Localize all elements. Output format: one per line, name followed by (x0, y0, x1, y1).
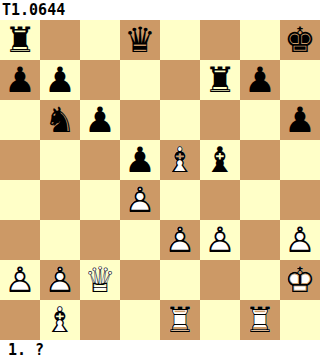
chess-board: ♜♛♚♟♟♜♟♞♟♟♟♝♗♝♟♙♟♙♟♙♟♙♟♙♟♙♛♕♚♔♝♗♜♖♜♖ (0, 20, 320, 340)
black-pawn: ♟ (240, 60, 280, 100)
square-e3[interactable]: ♟♙ (160, 220, 200, 260)
square-g7[interactable]: ♟ (240, 60, 280, 100)
black-king: ♚ (280, 20, 320, 60)
square-f4[interactable] (200, 180, 240, 220)
square-c1[interactable] (80, 300, 120, 340)
square-d8[interactable]: ♛ (120, 20, 160, 60)
square-d6[interactable] (120, 100, 160, 140)
square-a6[interactable] (0, 100, 40, 140)
black-knight: ♞ (40, 100, 80, 140)
black-pawn: ♟ (40, 60, 80, 100)
square-c8[interactable] (80, 20, 120, 60)
square-e8[interactable] (160, 20, 200, 60)
square-g2[interactable] (240, 260, 280, 300)
square-d7[interactable] (120, 60, 160, 100)
square-a8[interactable]: ♜ (0, 20, 40, 60)
white-pawn: ♟♙ (0, 260, 40, 300)
square-f3[interactable]: ♟♙ (200, 220, 240, 260)
black-queen: ♛ (120, 20, 160, 60)
square-c7[interactable] (80, 60, 120, 100)
square-a4[interactable] (0, 180, 40, 220)
square-e7[interactable] (160, 60, 200, 100)
white-bishop: ♝♗ (160, 140, 200, 180)
square-c3[interactable] (80, 220, 120, 260)
square-g5[interactable] (240, 140, 280, 180)
black-rook: ♜ (200, 60, 240, 100)
move-prompt: 1. ? (0, 340, 320, 360)
square-e4[interactable] (160, 180, 200, 220)
square-g6[interactable] (240, 100, 280, 140)
square-d1[interactable] (120, 300, 160, 340)
white-pawn: ♟♙ (160, 220, 200, 260)
square-b1[interactable]: ♝♗ (40, 300, 80, 340)
square-f1[interactable] (200, 300, 240, 340)
square-b3[interactable] (40, 220, 80, 260)
square-h4[interactable] (280, 180, 320, 220)
square-g1[interactable]: ♜♖ (240, 300, 280, 340)
square-f5[interactable]: ♝ (200, 140, 240, 180)
black-pawn: ♟ (80, 100, 120, 140)
square-d2[interactable] (120, 260, 160, 300)
white-pawn: ♟♙ (280, 220, 320, 260)
square-e1[interactable]: ♜♖ (160, 300, 200, 340)
square-b4[interactable] (40, 180, 80, 220)
square-h1[interactable] (280, 300, 320, 340)
black-rook: ♜ (0, 20, 40, 60)
black-pawn: ♟ (120, 140, 160, 180)
square-b7[interactable]: ♟ (40, 60, 80, 100)
square-d5[interactable]: ♟ (120, 140, 160, 180)
puzzle-id: T1.0644 (0, 0, 320, 20)
square-h7[interactable] (280, 60, 320, 100)
square-b2[interactable]: ♟♙ (40, 260, 80, 300)
square-c2[interactable]: ♛♕ (80, 260, 120, 300)
white-king: ♚♔ (280, 260, 320, 300)
square-a5[interactable] (0, 140, 40, 180)
square-h6[interactable]: ♟ (280, 100, 320, 140)
square-a1[interactable] (0, 300, 40, 340)
square-b8[interactable] (40, 20, 80, 60)
square-f8[interactable] (200, 20, 240, 60)
square-d3[interactable] (120, 220, 160, 260)
white-rook: ♜♖ (160, 300, 200, 340)
black-pawn: ♟ (280, 100, 320, 140)
square-e2[interactable] (160, 260, 200, 300)
black-pawn: ♟ (0, 60, 40, 100)
square-a3[interactable] (0, 220, 40, 260)
square-g8[interactable] (240, 20, 280, 60)
white-bishop: ♝♗ (40, 300, 80, 340)
square-e5[interactable]: ♝♗ (160, 140, 200, 180)
white-queen: ♛♕ (80, 260, 120, 300)
square-d4[interactable]: ♟♙ (120, 180, 160, 220)
square-a7[interactable]: ♟ (0, 60, 40, 100)
square-b5[interactable] (40, 140, 80, 180)
square-b6[interactable]: ♞ (40, 100, 80, 140)
square-c6[interactable]: ♟ (80, 100, 120, 140)
white-rook: ♜♖ (240, 300, 280, 340)
black-bishop: ♝ (200, 140, 240, 180)
square-c4[interactable] (80, 180, 120, 220)
square-g4[interactable] (240, 180, 280, 220)
square-c5[interactable] (80, 140, 120, 180)
white-pawn: ♟♙ (200, 220, 240, 260)
square-f7[interactable]: ♜ (200, 60, 240, 100)
square-h3[interactable]: ♟♙ (280, 220, 320, 260)
square-g3[interactable] (240, 220, 280, 260)
square-e6[interactable] (160, 100, 200, 140)
square-h2[interactable]: ♚♔ (280, 260, 320, 300)
white-pawn: ♟♙ (120, 180, 160, 220)
square-h8[interactable]: ♚ (280, 20, 320, 60)
square-f2[interactable] (200, 260, 240, 300)
white-pawn: ♟♙ (40, 260, 80, 300)
square-a2[interactable]: ♟♙ (0, 260, 40, 300)
square-h5[interactable] (280, 140, 320, 180)
square-f6[interactable] (200, 100, 240, 140)
puzzle-page: T1.0644 ♜♛♚♟♟♜♟♞♟♟♟♝♗♝♟♙♟♙♟♙♟♙♟♙♟♙♛♕♚♔♝♗… (0, 0, 320, 360)
